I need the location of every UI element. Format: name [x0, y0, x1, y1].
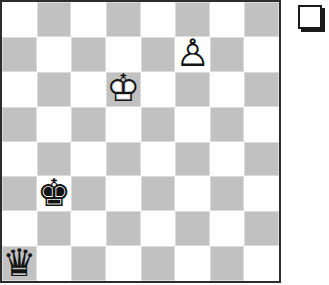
square-a3[interactable]	[2, 176, 37, 211]
square-e1[interactable]	[141, 246, 176, 281]
chess-diagram: ♟♙♚♔♚♛	[0, 0, 329, 285]
square-f7[interactable]: ♟♙	[175, 37, 210, 72]
square-h3[interactable]	[244, 176, 279, 211]
square-g7[interactable]	[210, 37, 245, 72]
square-h6[interactable]	[244, 72, 279, 107]
square-d5[interactable]	[106, 107, 141, 142]
black-queen[interactable]: ♛	[2, 246, 37, 281]
square-a8[interactable]	[2, 2, 37, 37]
square-d3[interactable]	[106, 176, 141, 211]
white-king[interactable]: ♚♔	[106, 72, 141, 107]
square-c8[interactable]	[71, 2, 106, 37]
square-c3[interactable]	[71, 176, 106, 211]
square-e5[interactable]	[141, 107, 176, 142]
square-a1[interactable]: ♛	[2, 246, 37, 281]
white-pawn-outline: ♙	[175, 36, 210, 71]
square-c5[interactable]	[71, 107, 106, 142]
square-g5[interactable]	[210, 107, 245, 142]
square-e7[interactable]	[141, 37, 176, 72]
white-pawn[interactable]: ♟♙	[175, 37, 210, 72]
square-g6[interactable]	[210, 72, 245, 107]
square-b5[interactable]	[37, 107, 72, 142]
square-f1[interactable]	[175, 246, 210, 281]
square-d8[interactable]	[106, 2, 141, 37]
square-a4[interactable]	[2, 142, 37, 177]
black-king[interactable]: ♚	[37, 176, 72, 211]
square-c2[interactable]	[71, 211, 106, 246]
square-h4[interactable]	[244, 142, 279, 177]
square-c6[interactable]	[71, 72, 106, 107]
chess-board: ♟♙♚♔♚♛	[0, 0, 281, 283]
square-c7[interactable]	[71, 37, 106, 72]
square-e8[interactable]	[141, 2, 176, 37]
square-e6[interactable]	[141, 72, 176, 107]
square-b1[interactable]	[37, 246, 72, 281]
square-f6[interactable]	[175, 72, 210, 107]
square-g8[interactable]	[210, 2, 245, 37]
square-d4[interactable]	[106, 142, 141, 177]
square-h5[interactable]	[244, 107, 279, 142]
square-e3[interactable]	[141, 176, 176, 211]
square-e4[interactable]	[141, 142, 176, 177]
square-e2[interactable]	[141, 211, 176, 246]
square-f4[interactable]	[175, 142, 210, 177]
black-king-glyph: ♚	[37, 175, 72, 210]
square-f2[interactable]	[175, 211, 210, 246]
square-b3[interactable]: ♚	[37, 176, 72, 211]
square-c4[interactable]	[71, 142, 106, 177]
square-g1[interactable]	[210, 246, 245, 281]
square-c1[interactable]	[71, 246, 106, 281]
white-to-move-indicator	[298, 5, 322, 29]
square-h7[interactable]	[244, 37, 279, 72]
square-h1[interactable]	[244, 246, 279, 281]
white-king-outline: ♔	[106, 71, 141, 106]
square-b6[interactable]	[37, 72, 72, 107]
square-d6[interactable]: ♚♔	[106, 72, 141, 107]
square-g3[interactable]	[210, 176, 245, 211]
black-queen-glyph: ♛	[2, 245, 37, 280]
square-f3[interactable]	[175, 176, 210, 211]
square-a6[interactable]	[2, 72, 37, 107]
square-a5[interactable]	[2, 107, 37, 142]
square-g4[interactable]	[210, 142, 245, 177]
square-d1[interactable]	[106, 246, 141, 281]
square-b7[interactable]	[37, 37, 72, 72]
square-d2[interactable]	[106, 211, 141, 246]
square-g2[interactable]	[210, 211, 245, 246]
square-h2[interactable]	[244, 211, 279, 246]
square-f5[interactable]	[175, 107, 210, 142]
square-b2[interactable]	[37, 211, 72, 246]
square-b8[interactable]	[37, 2, 72, 37]
square-a7[interactable]	[2, 37, 37, 72]
square-h8[interactable]	[244, 2, 279, 37]
